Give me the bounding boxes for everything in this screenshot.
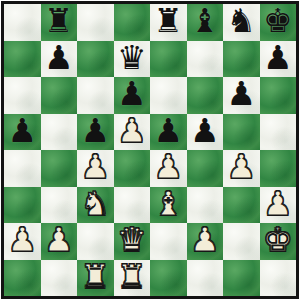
white-pawn-piece: ♟ (190, 223, 220, 258)
black-pawn-piece: ♟ (153, 114, 183, 149)
square-h2[interactable]: ♚ (260, 223, 297, 260)
square-e8[interactable]: ♜ (150, 4, 187, 41)
white-rook-piece: ♜ (80, 260, 110, 295)
square-c8[interactable] (77, 4, 114, 41)
square-b4[interactable] (41, 150, 78, 187)
white-pawn-piece: ♟ (153, 150, 183, 185)
square-g5[interactable] (223, 114, 260, 151)
white-pawn-piece: ♟ (80, 150, 110, 185)
square-d1[interactable]: ♜ (114, 260, 151, 297)
square-c4[interactable]: ♟ (77, 150, 114, 187)
square-a5[interactable]: ♟ (4, 114, 41, 151)
square-b3[interactable] (41, 187, 78, 224)
square-a6[interactable] (4, 77, 41, 114)
black-king-piece: ♚ (263, 4, 293, 39)
square-b5[interactable] (41, 114, 78, 151)
square-c1[interactable]: ♜ (77, 260, 114, 297)
square-e6[interactable] (150, 77, 187, 114)
square-g7[interactable] (223, 41, 260, 78)
square-e4[interactable]: ♟ (150, 150, 187, 187)
square-b8[interactable]: ♜ (41, 4, 78, 41)
white-pawn-piece: ♟ (226, 150, 256, 185)
square-f8[interactable]: ♝ (187, 4, 224, 41)
square-f1[interactable] (187, 260, 224, 297)
square-c5[interactable]: ♟ (77, 114, 114, 151)
white-king-piece: ♚ (263, 223, 293, 258)
square-e1[interactable] (150, 260, 187, 297)
square-b2[interactable]: ♟ (41, 223, 78, 260)
black-bishop-piece: ♝ (190, 4, 220, 39)
square-e3[interactable]: ♝ (150, 187, 187, 224)
square-h3[interactable]: ♟ (260, 187, 297, 224)
chess-board-frame: ♜♜♝♞♚♟♛♟♟♟♟♟♟♟♟♟♟♟♞♝♟♟♟♛♟♚♜♜ (1, 1, 299, 299)
square-g2[interactable] (223, 223, 260, 260)
square-a1[interactable] (4, 260, 41, 297)
square-c6[interactable] (77, 77, 114, 114)
black-knight-piece: ♞ (226, 4, 256, 39)
black-rook-piece: ♜ (153, 4, 183, 39)
square-a2[interactable]: ♟ (4, 223, 41, 260)
square-e5[interactable]: ♟ (150, 114, 187, 151)
square-c3[interactable]: ♞ (77, 187, 114, 224)
square-f7[interactable] (187, 41, 224, 78)
square-g8[interactable]: ♞ (223, 4, 260, 41)
white-queen-piece: ♛ (117, 223, 147, 258)
square-c2[interactable] (77, 223, 114, 260)
white-pawn-piece: ♟ (117, 114, 147, 149)
black-pawn-piece: ♟ (190, 114, 220, 149)
white-pawn-piece: ♟ (44, 223, 74, 258)
square-c7[interactable] (77, 41, 114, 78)
square-g1[interactable] (223, 260, 260, 297)
square-e2[interactable] (150, 223, 187, 260)
square-g3[interactable] (223, 187, 260, 224)
square-h1[interactable] (260, 260, 297, 297)
square-d3[interactable] (114, 187, 151, 224)
square-h8[interactable]: ♚ (260, 4, 297, 41)
white-bishop-piece: ♝ (153, 187, 183, 222)
square-a3[interactable] (4, 187, 41, 224)
square-f6[interactable] (187, 77, 224, 114)
square-d4[interactable] (114, 150, 151, 187)
square-d6[interactable]: ♟ (114, 77, 151, 114)
black-pawn-piece: ♟ (80, 114, 110, 149)
square-d8[interactable] (114, 4, 151, 41)
square-b7[interactable]: ♟ (41, 41, 78, 78)
white-pawn-piece: ♟ (263, 187, 293, 222)
black-queen-piece: ♛ (117, 41, 147, 76)
square-f5[interactable]: ♟ (187, 114, 224, 151)
black-pawn-piece: ♟ (7, 114, 37, 149)
black-pawn-piece: ♟ (226, 77, 256, 112)
black-pawn-piece: ♟ (44, 41, 74, 76)
white-pawn-piece: ♟ (7, 223, 37, 258)
square-f3[interactable] (187, 187, 224, 224)
black-rook-piece: ♜ (44, 4, 74, 39)
square-b6[interactable] (41, 77, 78, 114)
square-h5[interactable] (260, 114, 297, 151)
white-rook-piece: ♜ (117, 260, 147, 295)
black-pawn-piece: ♟ (263, 41, 293, 76)
square-h4[interactable] (260, 150, 297, 187)
square-d2[interactable]: ♛ (114, 223, 151, 260)
white-knight-piece: ♞ (80, 187, 110, 222)
square-a8[interactable] (4, 4, 41, 41)
square-b1[interactable] (41, 260, 78, 297)
square-e7[interactable] (150, 41, 187, 78)
square-g4[interactable]: ♟ (223, 150, 260, 187)
square-d5[interactable]: ♟ (114, 114, 151, 151)
square-f2[interactable]: ♟ (187, 223, 224, 260)
square-a7[interactable] (4, 41, 41, 78)
square-a4[interactable] (4, 150, 41, 187)
square-h7[interactable]: ♟ (260, 41, 297, 78)
chess-board: ♜♜♝♞♚♟♛♟♟♟♟♟♟♟♟♟♟♟♞♝♟♟♟♛♟♚♜♜ (4, 4, 296, 296)
square-h6[interactable] (260, 77, 297, 114)
black-pawn-piece: ♟ (117, 77, 147, 112)
square-f4[interactable] (187, 150, 224, 187)
square-g6[interactable]: ♟ (223, 77, 260, 114)
square-d7[interactable]: ♛ (114, 41, 151, 78)
